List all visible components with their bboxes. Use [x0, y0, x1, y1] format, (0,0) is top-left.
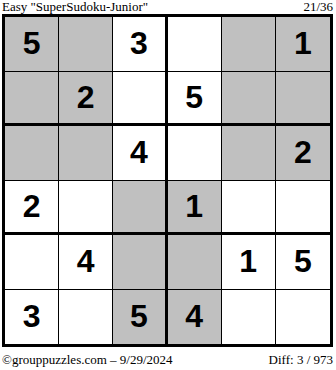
cell-r3c1[interactable]: [5, 126, 59, 181]
cell-r4c2[interactable]: [59, 181, 113, 236]
cell-r2c6[interactable]: [276, 72, 330, 127]
cell-r5c6: 5: [276, 235, 330, 290]
header: Easy "SuperSudoku-Junior" 21/36: [2, 0, 333, 13]
cell-r5c2: 4: [59, 235, 113, 290]
sudoku-board: 531254221415354: [2, 14, 333, 347]
cell-r2c1[interactable]: [5, 72, 59, 127]
cell-r1c4[interactable]: [168, 17, 222, 72]
puzzle-title: Easy "SuperSudoku-Junior": [2, 0, 148, 13]
cell-r3c5[interactable]: [222, 126, 276, 181]
cell-r1c6: 1: [276, 17, 330, 72]
footer: ©grouppuzzles.com – 9/29/2024 Diff: 3 / …: [2, 351, 333, 367]
cell-r6c5[interactable]: [222, 290, 276, 345]
cell-r3c6: 2: [276, 126, 330, 181]
cell-r3c3: 4: [113, 126, 167, 181]
cells-remaining-counter: 21/36: [303, 0, 333, 13]
cell-r4c3[interactable]: [113, 181, 167, 236]
cell-r2c4: 5: [168, 72, 222, 127]
cell-r4c5[interactable]: [222, 181, 276, 236]
cell-r6c4: 4: [168, 290, 222, 345]
cell-r5c1[interactable]: [5, 235, 59, 290]
cell-r6c2[interactable]: [59, 290, 113, 345]
cell-r1c2[interactable]: [59, 17, 113, 72]
cell-r6c1: 3: [5, 290, 59, 345]
cell-r5c3[interactable]: [113, 235, 167, 290]
cell-r6c3: 5: [113, 290, 167, 345]
cell-r3c2[interactable]: [59, 126, 113, 181]
cell-r2c2: 2: [59, 72, 113, 127]
cell-r4c6[interactable]: [276, 181, 330, 236]
cell-r4c1: 2: [5, 181, 59, 236]
cell-r2c5[interactable]: [222, 72, 276, 127]
difficulty-label: Diff: 3 / 973: [269, 352, 333, 367]
copyright-date: ©grouppuzzles.com – 9/29/2024: [2, 352, 173, 367]
cell-r1c3: 3: [113, 17, 167, 72]
cell-r1c5[interactable]: [222, 17, 276, 72]
cell-r5c5: 1: [222, 235, 276, 290]
cell-r5c4[interactable]: [168, 235, 222, 290]
cell-r2c3[interactable]: [113, 72, 167, 127]
cell-r3c4[interactable]: [168, 126, 222, 181]
cell-r1c1: 5: [5, 17, 59, 72]
cell-r6c6[interactable]: [276, 290, 330, 345]
cell-r4c4: 1: [168, 181, 222, 236]
